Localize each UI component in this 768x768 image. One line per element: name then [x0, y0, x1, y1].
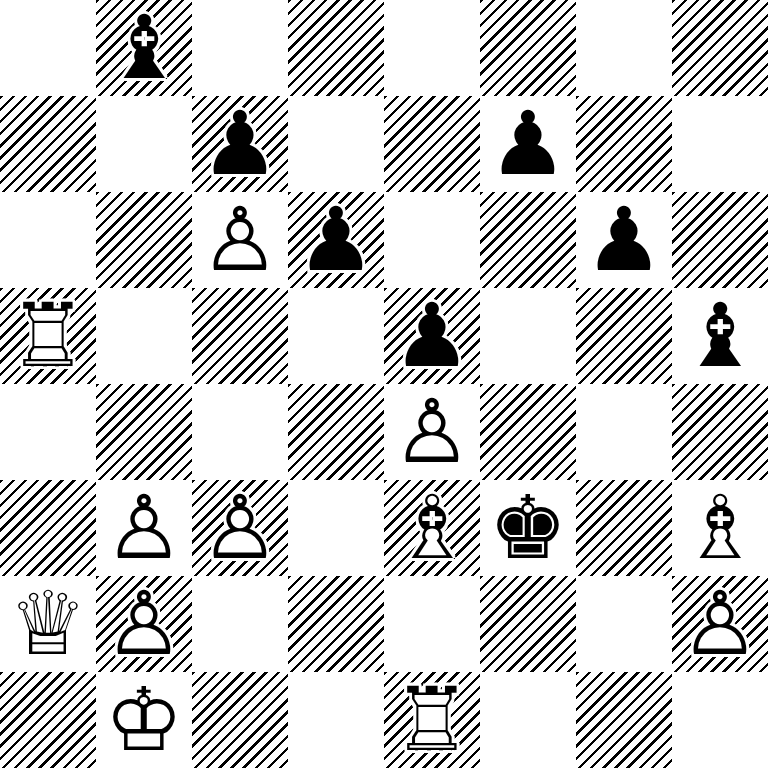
square-d1[interactable]: [288, 672, 384, 768]
white-pawn-icon: ♙: [192, 480, 288, 576]
black-pawn-icon: ♟: [576, 192, 672, 288]
chess-board: ♝♟♟♟♙♟♟♜♖♟♝♟♙♟♙♟♙♝♗♚♝♗♛♕♟♙♟♙♚♔♜♖: [0, 0, 768, 768]
square-e4[interactable]: ♟♙: [384, 384, 480, 480]
black-pawn[interactable]: ♟: [192, 96, 288, 192]
black-bishop[interactable]: ♝: [672, 288, 768, 384]
white-rook[interactable]: ♜♖: [384, 672, 480, 768]
black-pawn-icon: ♟: [192, 96, 288, 192]
square-g8[interactable]: [576, 0, 672, 96]
square-g3[interactable]: [576, 480, 672, 576]
square-h4[interactable]: [672, 384, 768, 480]
square-a3[interactable]: [0, 480, 96, 576]
square-f7[interactable]: ♟: [480, 96, 576, 192]
white-king[interactable]: ♚♔: [96, 672, 192, 768]
square-f5[interactable]: [480, 288, 576, 384]
white-bishop-icon: ♗: [672, 480, 768, 576]
square-h3[interactable]: ♝♗: [672, 480, 768, 576]
square-g4[interactable]: [576, 384, 672, 480]
square-d4[interactable]: [288, 384, 384, 480]
square-a2[interactable]: ♛♕: [0, 576, 96, 672]
square-a5[interactable]: ♜♖: [0, 288, 96, 384]
square-e2[interactable]: [384, 576, 480, 672]
white-pawn-icon: ♙: [672, 576, 768, 672]
white-bishop[interactable]: ♝♗: [672, 480, 768, 576]
square-b6[interactable]: [96, 192, 192, 288]
black-pawn[interactable]: ♟: [480, 96, 576, 192]
square-e1[interactable]: ♜♖: [384, 672, 480, 768]
square-e6[interactable]: [384, 192, 480, 288]
black-pawn[interactable]: ♟: [288, 192, 384, 288]
square-a4[interactable]: [0, 384, 96, 480]
white-pawn[interactable]: ♟♙: [96, 576, 192, 672]
square-g1[interactable]: [576, 672, 672, 768]
square-f8[interactable]: [480, 0, 576, 96]
square-g7[interactable]: [576, 96, 672, 192]
square-f4[interactable]: [480, 384, 576, 480]
white-pawn[interactable]: ♟♙: [96, 480, 192, 576]
square-f3[interactable]: ♚: [480, 480, 576, 576]
square-a8[interactable]: [0, 0, 96, 96]
square-d7[interactable]: [288, 96, 384, 192]
white-queen[interactable]: ♛♕: [0, 576, 96, 672]
square-c7[interactable]: ♟: [192, 96, 288, 192]
square-b4[interactable]: [96, 384, 192, 480]
black-king[interactable]: ♚: [480, 480, 576, 576]
black-pawn-icon: ♟: [480, 96, 576, 192]
black-pawn[interactable]: ♟: [576, 192, 672, 288]
white-bishop[interactable]: ♝♗: [384, 480, 480, 576]
square-b1[interactable]: ♚♔: [96, 672, 192, 768]
black-bishop-icon: ♝: [672, 288, 768, 384]
square-b7[interactable]: [96, 96, 192, 192]
black-pawn-icon: ♟: [288, 192, 384, 288]
square-g2[interactable]: [576, 576, 672, 672]
square-c5[interactable]: [192, 288, 288, 384]
square-b8[interactable]: ♝: [96, 0, 192, 96]
square-f1[interactable]: [480, 672, 576, 768]
white-pawn-icon: ♙: [96, 576, 192, 672]
square-c1[interactable]: [192, 672, 288, 768]
square-g5[interactable]: [576, 288, 672, 384]
square-c8[interactable]: [192, 0, 288, 96]
square-h1[interactable]: [672, 672, 768, 768]
square-a7[interactable]: [0, 96, 96, 192]
white-rook[interactable]: ♜♖: [0, 288, 96, 384]
white-pawn-icon: ♙: [192, 192, 288, 288]
square-h2[interactable]: ♟♙: [672, 576, 768, 672]
white-bishop-icon: ♗: [384, 480, 480, 576]
square-d3[interactable]: [288, 480, 384, 576]
black-pawn-icon: ♟: [384, 288, 480, 384]
square-h7[interactable]: [672, 96, 768, 192]
white-rook-icon: ♖: [384, 672, 480, 768]
white-queen-icon: ♕: [0, 576, 96, 672]
square-c6[interactable]: ♟♙: [192, 192, 288, 288]
white-king-icon: ♔: [96, 672, 192, 768]
square-h5[interactable]: ♝: [672, 288, 768, 384]
white-pawn[interactable]: ♟♙: [192, 192, 288, 288]
white-pawn[interactable]: ♟♙: [192, 480, 288, 576]
square-c2[interactable]: [192, 576, 288, 672]
square-b5[interactable]: [96, 288, 192, 384]
square-b3[interactable]: ♟♙: [96, 480, 192, 576]
white-pawn-icon: ♙: [384, 384, 480, 480]
square-e8[interactable]: [384, 0, 480, 96]
square-d8[interactable]: [288, 0, 384, 96]
square-f2[interactable]: [480, 576, 576, 672]
black-bishop[interactable]: ♝: [96, 0, 192, 96]
square-c4[interactable]: [192, 384, 288, 480]
black-bishop-icon: ♝: [96, 0, 192, 96]
square-c3[interactable]: ♟♙: [192, 480, 288, 576]
square-b2[interactable]: ♟♙: [96, 576, 192, 672]
black-pawn[interactable]: ♟: [384, 288, 480, 384]
square-d5[interactable]: [288, 288, 384, 384]
square-f6[interactable]: [480, 192, 576, 288]
square-h8[interactable]: [672, 0, 768, 96]
square-e5[interactable]: ♟: [384, 288, 480, 384]
square-e7[interactable]: [384, 96, 480, 192]
black-king-icon: ♚: [480, 480, 576, 576]
square-d6[interactable]: ♟: [288, 192, 384, 288]
white-rook-icon: ♖: [0, 288, 96, 384]
square-g6[interactable]: ♟: [576, 192, 672, 288]
square-d2[interactable]: [288, 576, 384, 672]
white-pawn[interactable]: ♟♙: [672, 576, 768, 672]
square-h6[interactable]: [672, 192, 768, 288]
square-e3[interactable]: ♝♗: [384, 480, 480, 576]
square-a1[interactable]: [0, 672, 96, 768]
white-pawn-icon: ♙: [96, 480, 192, 576]
square-a6[interactable]: [0, 192, 96, 288]
white-pawn[interactable]: ♟♙: [384, 384, 480, 480]
